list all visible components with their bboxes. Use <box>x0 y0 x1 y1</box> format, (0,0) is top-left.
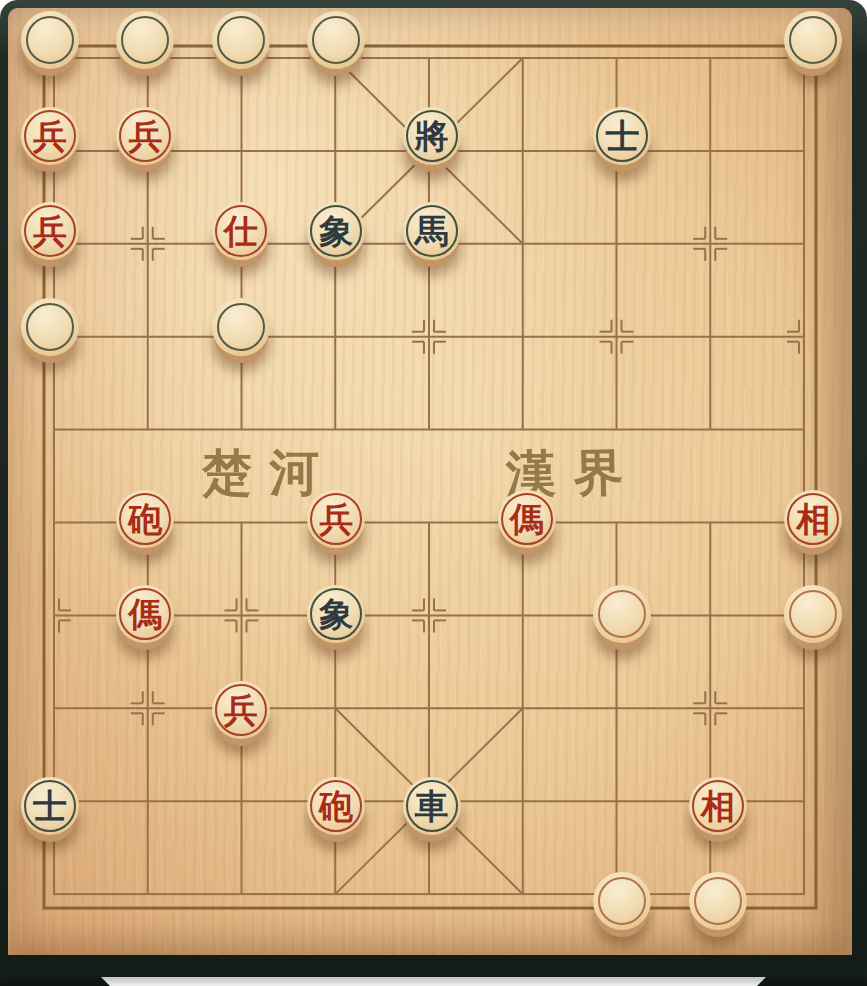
piece-hidden-black[interactable] <box>307 11 365 69</box>
piece-glyph: 象 <box>307 585 365 643</box>
piece-glyph: 兵 <box>21 107 79 165</box>
piece-ring <box>789 16 837 64</box>
piece-glyph: 兵 <box>21 202 79 260</box>
piece-black-general[interactable]: 將 <box>403 107 461 165</box>
xiangqi-board-stage: 楚 河 漢 界 兵兵將士兵仕象馬砲兵傌相傌象兵士砲車相 <box>0 0 867 986</box>
piece-glyph: 相 <box>689 777 747 835</box>
piece-glyph: 士 <box>21 777 79 835</box>
piece-hidden-red[interactable] <box>784 585 842 643</box>
piece-ring <box>694 877 742 925</box>
piece-glyph: 兵 <box>116 107 174 165</box>
piece-red-horse[interactable]: 傌 <box>498 490 556 548</box>
piece-hidden-black[interactable] <box>21 11 79 69</box>
piece-ring <box>121 16 169 64</box>
piece-red-elephant[interactable]: 相 <box>689 777 747 835</box>
piece-ring <box>598 877 646 925</box>
piece-ring <box>217 16 265 64</box>
piece-ring <box>789 590 837 638</box>
piece-red-advisor[interactable]: 仕 <box>212 202 270 260</box>
piece-hidden-black[interactable] <box>212 298 270 356</box>
piece-ring <box>598 590 646 638</box>
piece-hidden-black[interactable] <box>116 11 174 69</box>
piece-black-horse[interactable]: 馬 <box>403 202 461 260</box>
piece-red-pawn[interactable]: 兵 <box>21 107 79 165</box>
piece-red-cannon[interactable]: 砲 <box>116 490 174 548</box>
piece-black-advisor[interactable]: 士 <box>21 777 79 835</box>
piece-black-elephant[interactable]: 象 <box>307 585 365 643</box>
piece-glyph: 兵 <box>307 490 365 548</box>
piece-hidden-red[interactable] <box>689 872 747 930</box>
piece-red-pawn[interactable]: 兵 <box>21 202 79 260</box>
piece-glyph: 傌 <box>498 490 556 548</box>
piece-hidden-black[interactable] <box>784 11 842 69</box>
piece-hidden-black[interactable] <box>21 298 79 356</box>
piece-glyph: 仕 <box>212 202 270 260</box>
piece-red-pawn[interactable]: 兵 <box>212 681 270 739</box>
piece-glyph: 砲 <box>116 490 174 548</box>
piece-ring <box>217 303 265 351</box>
piece-black-advisor[interactable]: 士 <box>593 107 651 165</box>
piece-glyph: 相 <box>784 490 842 548</box>
piece-black-chariot[interactable]: 車 <box>403 777 461 835</box>
piece-glyph: 車 <box>403 777 461 835</box>
piece-red-pawn[interactable]: 兵 <box>307 490 365 548</box>
piece-ring <box>26 303 74 351</box>
piece-glyph: 馬 <box>403 202 461 260</box>
piece-glyph: 士 <box>593 107 651 165</box>
piece-ring <box>312 16 360 64</box>
piece-glyph: 砲 <box>307 777 365 835</box>
piece-black-elephant[interactable]: 象 <box>307 202 365 260</box>
piece-red-pawn[interactable]: 兵 <box>116 107 174 165</box>
piece-glyph: 傌 <box>116 585 174 643</box>
piece-glyph: 象 <box>307 202 365 260</box>
piece-ring <box>26 16 74 64</box>
piece-hidden-black[interactable] <box>212 11 270 69</box>
piece-red-cannon[interactable]: 砲 <box>307 777 365 835</box>
piece-red-elephant[interactable]: 相 <box>784 490 842 548</box>
piece-glyph: 將 <box>403 107 461 165</box>
piece-glyph: 兵 <box>212 681 270 739</box>
piece-red-horse[interactable]: 傌 <box>116 585 174 643</box>
